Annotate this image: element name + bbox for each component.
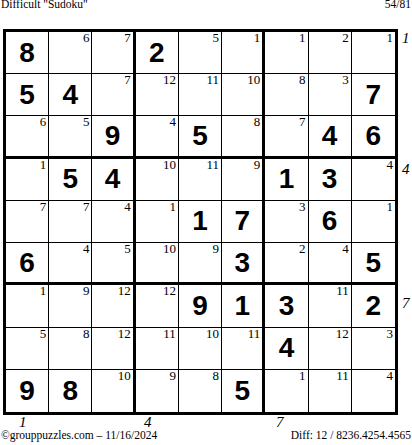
- given-digit: 6: [322, 207, 338, 235]
- cell-r5c6[interactable]: 7: [222, 201, 265, 243]
- cell-r8c7[interactable]: 4: [265, 328, 308, 370]
- given-digit: 5: [366, 249, 382, 277]
- cell-r8c1[interactable]: 5: [6, 328, 49, 370]
- corner-mark: 9: [83, 284, 90, 298]
- page-header: Difficult "Sudoku" 54/81: [1, 0, 411, 11]
- cell-r8c3[interactable]: 12: [92, 328, 135, 370]
- given-digit: 4: [105, 165, 121, 193]
- corner-mark: 6: [40, 115, 47, 129]
- given-digit: 4: [322, 122, 338, 150]
- corner-mark: 7: [299, 115, 306, 129]
- cell-r9c7[interactable]: 1: [265, 370, 308, 412]
- cell-r9c8[interactable]: 11: [309, 370, 352, 412]
- row-marker-1: 1: [402, 31, 410, 46]
- cell-r4c7[interactable]: 1: [265, 159, 308, 201]
- cell-r7c4[interactable]: 12: [136, 285, 179, 327]
- cell-r8c9[interactable]: 3: [352, 328, 395, 370]
- cell-r1c1[interactable]: 8: [6, 32, 49, 74]
- corner-mark: 11: [207, 158, 220, 172]
- cell-r7c8[interactable]: 11: [309, 285, 352, 327]
- corner-mark: 3: [299, 200, 306, 214]
- corner-mark: 4: [386, 369, 393, 383]
- corner-mark: 7: [40, 200, 47, 214]
- corner-mark: 9: [169, 369, 176, 383]
- cell-r4c6[interactable]: 9: [222, 159, 265, 201]
- corner-mark: 5: [213, 31, 220, 45]
- corner-mark: 10: [163, 242, 176, 256]
- cell-r7c5[interactable]: 9: [179, 285, 222, 327]
- cell-r9c2[interactable]: 8: [49, 370, 92, 412]
- cell-r2c9[interactable]: 7: [352, 74, 395, 116]
- corner-mark: 10: [206, 327, 219, 341]
- copyright-text: ©grouppuzzles.com – 11/16/2024: [1, 428, 157, 442]
- cell-r3c8[interactable]: 4: [309, 116, 352, 158]
- corner-mark: 10: [247, 73, 260, 87]
- corner-mark: 5: [40, 327, 47, 341]
- cell-r9c5[interactable]: 8: [179, 370, 222, 412]
- given-digit: 3: [279, 292, 295, 320]
- cell-r9c3[interactable]: 10: [92, 370, 135, 412]
- corner-mark: 1: [386, 31, 393, 45]
- cell-r7c6[interactable]: 1: [222, 285, 265, 327]
- cell-r3c2[interactable]: 5: [49, 116, 92, 158]
- cell-r7c2[interactable]: 9: [49, 285, 92, 327]
- corner-mark: 12: [336, 327, 349, 341]
- cell-r8c4[interactable]: 11: [136, 328, 179, 370]
- corner-mark: 12: [118, 284, 131, 298]
- cell-r1c8[interactable]: 2: [309, 32, 352, 74]
- row-marker-4: 4: [402, 162, 410, 177]
- corner-mark: 3: [342, 73, 349, 87]
- corner-mark: 11: [336, 369, 349, 383]
- cell-r6c6[interactable]: 3: [222, 243, 265, 285]
- corner-mark: 7: [83, 200, 90, 214]
- corner-mark: 2: [342, 31, 349, 45]
- cell-r6c5[interactable]: 9: [179, 243, 222, 285]
- cell-r5c5[interactable]: 1: [179, 201, 222, 243]
- cell-r8c6[interactable]: 11: [222, 328, 265, 370]
- cell-r2c7[interactable]: 8: [265, 74, 308, 116]
- cell-r5c9[interactable]: 1: [352, 201, 395, 243]
- cell-r7c7[interactable]: 3: [265, 285, 308, 327]
- cell-r1c9[interactable]: 1: [352, 32, 395, 74]
- sudoku-board: 8672511215471211108376594587461541011913…: [3, 29, 398, 415]
- cell-r1c4[interactable]: 2: [136, 32, 179, 74]
- corner-mark: 7: [124, 31, 131, 45]
- given-digit: 1: [234, 292, 250, 320]
- given-digit: 7: [366, 81, 382, 109]
- puzzle-title: Difficult "Sudoku": [1, 0, 88, 11]
- corner-mark: 4: [342, 242, 349, 256]
- cell-r9c1[interactable]: 9: [6, 370, 49, 412]
- given-digit: 5: [192, 122, 208, 150]
- cell-r3c6[interactable]: 8: [222, 116, 265, 158]
- cell-r2c5[interactable]: 11: [179, 74, 222, 116]
- corner-mark: 8: [254, 115, 261, 129]
- cell-r6c8[interactable]: 4: [309, 243, 352, 285]
- corner-mark: 1: [299, 369, 306, 383]
- given-digit: 5: [19, 81, 35, 109]
- corner-mark: 11: [336, 284, 349, 298]
- corner-mark: 3: [386, 327, 393, 341]
- given-digit: 5: [234, 377, 250, 405]
- cell-r1c5[interactable]: 5: [179, 32, 222, 74]
- given-digit: 1: [192, 207, 208, 235]
- corner-mark: 5: [83, 115, 90, 129]
- progress-counter: 54/81: [385, 0, 411, 11]
- corner-mark: 11: [163, 327, 176, 341]
- corner-mark: 4: [169, 115, 176, 129]
- difficulty-text: Diff: 12 / 8236.4254.4565: [291, 428, 411, 442]
- corner-mark: 4: [386, 158, 393, 172]
- cell-r6c1[interactable]: 6: [6, 243, 49, 285]
- corner-mark: 9: [213, 242, 220, 256]
- corner-mark: 7: [124, 73, 131, 87]
- cell-r2c8[interactable]: 3: [309, 74, 352, 116]
- given-digit: 2: [149, 39, 165, 67]
- corner-mark: 2: [299, 242, 306, 256]
- given-digit: 4: [63, 81, 79, 109]
- cell-r7c9[interactable]: 2: [352, 285, 395, 327]
- given-digit: 4: [279, 334, 295, 362]
- cell-r1c7[interactable]: 1: [265, 32, 308, 74]
- given-digit: 3: [322, 165, 338, 193]
- cell-r5c2[interactable]: 7: [49, 201, 92, 243]
- cell-r3c9[interactable]: 6: [352, 116, 395, 158]
- cell-r2c4[interactable]: 12: [136, 74, 179, 116]
- corner-mark: 8: [83, 327, 90, 341]
- given-digit: 1: [279, 165, 295, 193]
- cell-r1c2[interactable]: 6: [49, 32, 92, 74]
- corner-mark: 8: [213, 369, 220, 383]
- cell-r6c7[interactable]: 2: [265, 243, 308, 285]
- cell-r5c8[interactable]: 6: [309, 201, 352, 243]
- corner-mark: 1: [169, 200, 176, 214]
- given-digit: 8: [19, 39, 35, 67]
- corner-mark: 12: [163, 284, 176, 298]
- cell-r6c4[interactable]: 10: [136, 243, 179, 285]
- cell-r3c5[interactable]: 5: [179, 116, 222, 158]
- cell-r5c7[interactable]: 3: [265, 201, 308, 243]
- cell-r9c6[interactable]: 5: [222, 370, 265, 412]
- corner-mark: 1: [40, 284, 47, 298]
- corner-mark: 6: [83, 31, 90, 45]
- cell-r8c8[interactable]: 12: [309, 328, 352, 370]
- given-digit: 5: [63, 165, 79, 193]
- given-digit: 9: [19, 377, 35, 405]
- cell-r4c9[interactable]: 4: [352, 159, 395, 201]
- given-digit: 6: [19, 249, 35, 277]
- corner-mark: 1: [386, 200, 393, 214]
- given-digit: 9: [105, 122, 121, 150]
- corner-mark: 1: [299, 31, 306, 45]
- cell-r4c4[interactable]: 10: [136, 159, 179, 201]
- corner-mark: 4: [124, 200, 131, 214]
- corner-mark: 11: [207, 73, 220, 87]
- corner-mark: 10: [118, 369, 131, 383]
- cell-r2c3[interactable]: 7: [92, 74, 135, 116]
- cell-r4c8[interactable]: 3: [309, 159, 352, 201]
- given-digit: 6: [366, 122, 382, 150]
- row-marker-7: 7: [402, 296, 410, 311]
- cell-r7c3[interactable]: 12: [92, 285, 135, 327]
- cell-r5c3[interactable]: 4: [92, 201, 135, 243]
- given-digit: 8: [63, 377, 79, 405]
- cell-r4c2[interactable]: 5: [49, 159, 92, 201]
- corner-mark: 1: [40, 158, 47, 172]
- cell-r4c1[interactable]: 1: [6, 159, 49, 201]
- corner-mark: 12: [163, 73, 176, 87]
- cell-r6c9[interactable]: 5: [352, 243, 395, 285]
- cell-r2c1[interactable]: 5: [6, 74, 49, 116]
- cell-r3c1[interactable]: 6: [6, 116, 49, 158]
- page-footer: ©grouppuzzles.com – 11/16/2024 Diff: 12 …: [1, 428, 411, 442]
- corner-mark: 1: [254, 31, 261, 45]
- cell-r4c5[interactable]: 11: [179, 159, 222, 201]
- given-digit: 9: [192, 292, 208, 320]
- cell-r5c4[interactable]: 1: [136, 201, 179, 243]
- corner-mark: 4: [83, 242, 90, 256]
- cell-r3c7[interactable]: 7: [265, 116, 308, 158]
- cell-r9c4[interactable]: 9: [136, 370, 179, 412]
- cell-r3c4[interactable]: 4: [136, 116, 179, 158]
- cell-r5c1[interactable]: 7: [6, 201, 49, 243]
- cell-r2c2[interactable]: 4: [49, 74, 92, 116]
- corner-mark: 11: [248, 327, 261, 341]
- cell-r1c3[interactable]: 7: [92, 32, 135, 74]
- corner-mark: 9: [254, 158, 261, 172]
- corner-mark: 12: [118, 327, 131, 341]
- cell-r6c2[interactable]: 4: [49, 243, 92, 285]
- cell-r6c3[interactable]: 5: [92, 243, 135, 285]
- corner-mark: 10: [163, 158, 176, 172]
- given-digit: 2: [366, 292, 382, 320]
- cell-r8c2[interactable]: 8: [49, 328, 92, 370]
- cell-r3c3[interactable]: 9: [92, 116, 135, 158]
- given-digit: 3: [234, 249, 250, 277]
- cell-r8c5[interactable]: 10: [179, 328, 222, 370]
- cell-r9c9[interactable]: 4: [352, 370, 395, 412]
- cell-r1c6[interactable]: 1: [222, 32, 265, 74]
- cell-r4c3[interactable]: 4: [92, 159, 135, 201]
- corner-mark: 5: [124, 242, 131, 256]
- cell-r2c6[interactable]: 10: [222, 74, 265, 116]
- given-digit: 7: [234, 207, 250, 235]
- sudoku-page: Difficult "Sudoku" 54/81 867251121547121…: [0, 0, 412, 445]
- corner-mark: 8: [299, 73, 306, 87]
- cell-r7c1[interactable]: 1: [6, 285, 49, 327]
